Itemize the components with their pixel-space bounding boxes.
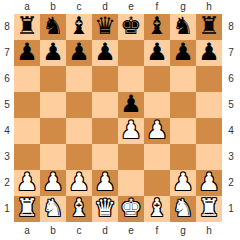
square-e2[interactable] <box>118 170 144 196</box>
square-a2[interactable]: ♟ <box>14 170 40 196</box>
file-label-b: b <box>40 0 66 14</box>
file-label-f: f <box>144 0 170 14</box>
black-pawn[interactable]: ♟ <box>68 40 90 64</box>
white-pawn[interactable]: ♟ <box>172 170 194 194</box>
file-label-g: g <box>170 0 196 14</box>
file-label-d: d <box>92 222 118 240</box>
file-label-h: h <box>196 0 222 14</box>
square-a7[interactable]: ♟ <box>14 40 40 66</box>
square-b6[interactable] <box>40 66 66 92</box>
rank-label-2: 2 <box>0 170 14 196</box>
square-e4[interactable]: ♟ <box>118 118 144 144</box>
square-b1[interactable]: ♞ <box>40 196 66 222</box>
square-h5[interactable] <box>196 92 222 118</box>
square-f7[interactable]: ♟ <box>144 40 170 66</box>
square-d4[interactable] <box>92 118 118 144</box>
square-e6[interactable] <box>118 66 144 92</box>
square-b3[interactable] <box>40 144 66 170</box>
black-pawn[interactable]: ♟ <box>42 40 64 64</box>
square-g6[interactable] <box>170 66 196 92</box>
square-c2[interactable]: ♟ <box>66 170 92 196</box>
black-king[interactable]: ♚ <box>120 14 142 38</box>
square-a8[interactable]: ♜ <box>14 14 40 40</box>
square-g5[interactable] <box>170 92 196 118</box>
square-b4[interactable] <box>40 118 66 144</box>
square-b5[interactable] <box>40 92 66 118</box>
square-b2[interactable]: ♟ <box>40 170 66 196</box>
square-e1[interactable]: ♚ <box>118 196 144 222</box>
rank-label-5: 5 <box>0 92 14 118</box>
black-pawn[interactable]: ♟ <box>120 92 142 116</box>
rank-label-4: 4 <box>222 118 240 144</box>
square-e7[interactable] <box>118 40 144 66</box>
square-a6[interactable] <box>14 66 40 92</box>
rank-label-5: 5 <box>222 92 240 118</box>
square-b8[interactable]: ♞ <box>40 14 66 40</box>
white-king[interactable]: ♚ <box>120 196 142 220</box>
square-c7[interactable]: ♟ <box>66 40 92 66</box>
square-f3[interactable] <box>144 144 170 170</box>
square-a4[interactable] <box>14 118 40 144</box>
square-g1[interactable]: ♞ <box>170 196 196 222</box>
square-g4[interactable] <box>170 118 196 144</box>
square-h7[interactable]: ♟ <box>196 40 222 66</box>
white-pawn[interactable]: ♟ <box>198 170 220 194</box>
rank-labels-left: 87654321 <box>0 14 14 222</box>
white-pawn[interactable]: ♟ <box>94 170 116 194</box>
square-e3[interactable] <box>118 144 144 170</box>
square-b7[interactable]: ♟ <box>40 40 66 66</box>
file-label-b: b <box>40 222 66 240</box>
square-g7[interactable]: ♟ <box>170 40 196 66</box>
black-pawn[interactable]: ♟ <box>198 40 220 64</box>
rank-label-7: 7 <box>0 40 14 66</box>
file-label-c: c <box>66 0 92 14</box>
white-knight[interactable]: ♞ <box>172 196 194 220</box>
square-f5[interactable] <box>144 92 170 118</box>
square-d1[interactable]: ♛ <box>92 196 118 222</box>
square-f1[interactable]: ♝ <box>144 196 170 222</box>
file-label-h: h <box>196 222 222 240</box>
square-d7[interactable]: ♟ <box>92 40 118 66</box>
square-f6[interactable] <box>144 66 170 92</box>
square-f2[interactable] <box>144 170 170 196</box>
file-label-f: f <box>144 222 170 240</box>
rank-label-4: 4 <box>0 118 14 144</box>
square-g2[interactable]: ♟ <box>170 170 196 196</box>
file-label-e: e <box>118 0 144 14</box>
square-c6[interactable] <box>66 66 92 92</box>
square-g3[interactable] <box>170 144 196 170</box>
file-label-g: g <box>170 222 196 240</box>
white-rook[interactable]: ♜ <box>198 196 220 220</box>
black-knight[interactable]: ♞ <box>42 14 64 38</box>
rank-label-3: 3 <box>222 144 240 170</box>
square-d3[interactable] <box>92 144 118 170</box>
square-c3[interactable] <box>66 144 92 170</box>
black-pawn[interactable]: ♟ <box>16 40 38 64</box>
square-d6[interactable] <box>92 66 118 92</box>
square-f4[interactable]: ♟ <box>144 118 170 144</box>
white-pawn[interactable]: ♟ <box>42 170 64 194</box>
rank-label-8: 8 <box>0 14 14 40</box>
rank-label-7: 7 <box>222 40 240 66</box>
white-queen[interactable]: ♛ <box>94 196 116 220</box>
file-label-d: d <box>92 0 118 14</box>
black-rook[interactable]: ♜ <box>16 14 38 38</box>
rank-labels-right: 87654321 <box>222 14 240 222</box>
rank-label-1: 1 <box>222 196 240 222</box>
square-d8[interactable]: ♛ <box>92 14 118 40</box>
square-d2[interactable]: ♟ <box>92 170 118 196</box>
file-label-e: e <box>118 222 144 240</box>
black-bishop[interactable]: ♝ <box>68 14 90 38</box>
white-pawn[interactable]: ♟ <box>120 118 142 142</box>
file-label-c: c <box>66 222 92 240</box>
square-h6[interactable] <box>196 66 222 92</box>
square-h2[interactable]: ♟ <box>196 170 222 196</box>
white-pawn[interactable]: ♟ <box>68 170 90 194</box>
square-d5[interactable] <box>92 92 118 118</box>
rank-label-3: 3 <box>0 144 14 170</box>
file-labels-bottom: abcdefgh <box>14 222 222 240</box>
white-bishop[interactable]: ♝ <box>68 196 90 220</box>
black-pawn[interactable]: ♟ <box>94 40 116 64</box>
file-labels-top: abcdefgh <box>14 0 222 14</box>
square-c1[interactable]: ♝ <box>66 196 92 222</box>
square-h8[interactable]: ♜ <box>196 14 222 40</box>
white-bishop[interactable]: ♝ <box>146 196 168 220</box>
rank-label-6: 6 <box>222 66 240 92</box>
rank-label-6: 6 <box>0 66 14 92</box>
square-c8[interactable]: ♝ <box>66 14 92 40</box>
black-rook[interactable]: ♜ <box>198 14 220 38</box>
white-knight[interactable]: ♞ <box>42 196 64 220</box>
white-pawn[interactable]: ♟ <box>146 118 168 142</box>
square-e5[interactable]: ♟ <box>118 92 144 118</box>
chess-board[interactable]: ♜♞♝♛♚♝♞♜♟♟♟♟♟♟♟♟♟♟♟♟♟♟♟♟♜♞♝♛♚♝♞♜ <box>14 14 222 222</box>
rank-label-1: 1 <box>0 196 14 222</box>
white-rook[interactable]: ♜ <box>16 196 38 220</box>
black-pawn[interactable]: ♟ <box>146 40 168 64</box>
rank-label-2: 2 <box>222 170 240 196</box>
square-a5[interactable] <box>14 92 40 118</box>
square-f8[interactable]: ♝ <box>144 14 170 40</box>
square-a3[interactable] <box>14 144 40 170</box>
square-c4[interactable] <box>66 118 92 144</box>
square-h1[interactable]: ♜ <box>196 196 222 222</box>
black-knight[interactable]: ♞ <box>172 14 194 38</box>
file-label-a: a <box>14 222 40 240</box>
chess-board-container: abcdefgh 87654321 ♜♞♝♛♚♝♞♜♟♟♟♟♟♟♟♟♟♟♟♟♟♟… <box>0 0 240 240</box>
white-pawn[interactable]: ♟ <box>16 170 38 194</box>
square-h4[interactable] <box>196 118 222 144</box>
black-queen[interactable]: ♛ <box>94 14 116 38</box>
square-g8[interactable]: ♞ <box>170 14 196 40</box>
rank-label-8: 8 <box>222 14 240 40</box>
square-a1[interactable]: ♜ <box>14 196 40 222</box>
black-bishop[interactable]: ♝ <box>146 14 168 38</box>
square-e8[interactable]: ♚ <box>118 14 144 40</box>
square-h3[interactable] <box>196 144 222 170</box>
square-c5[interactable] <box>66 92 92 118</box>
black-pawn[interactable]: ♟ <box>172 40 194 64</box>
file-label-a: a <box>14 0 40 14</box>
